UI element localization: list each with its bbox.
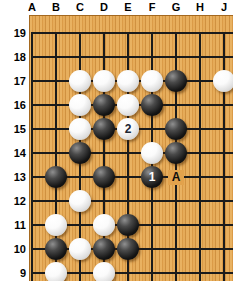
- row-label-13: 13: [0, 170, 26, 184]
- col-label-E: E: [116, 1, 140, 13]
- white-stone-J17: [213, 70, 233, 92]
- black-stone-G14: [165, 142, 187, 164]
- grid-line-row-18: [31, 56, 233, 58]
- black-stone-F13: 1: [141, 166, 163, 188]
- col-label-A: A: [20, 1, 44, 13]
- grid-line-col-A: [31, 32, 33, 281]
- row-label-11: 11: [0, 218, 26, 232]
- go-diagram: A21 ABCDEFGHJ 191817161514131211109: [0, 0, 233, 281]
- white-stone-C17: [69, 70, 91, 92]
- black-stone-C14: [69, 142, 91, 164]
- white-stone-B9: [45, 262, 67, 281]
- black-stone-D10: [93, 238, 115, 260]
- row-label-18: 18: [0, 50, 26, 64]
- white-stone-B11: [45, 214, 67, 236]
- white-stone-C12: [69, 190, 91, 212]
- white-stone-F17: [141, 70, 163, 92]
- grid-line-row-14: [31, 152, 233, 154]
- row-label-16: 16: [0, 98, 26, 112]
- col-label-G: G: [164, 1, 188, 13]
- black-stone-D16: [93, 94, 115, 116]
- white-stone-E17: [117, 70, 139, 92]
- black-stone-B10: [45, 238, 67, 260]
- black-stone-D13: [93, 166, 115, 188]
- row-label-17: 17: [0, 74, 26, 88]
- white-stone-C15: [69, 118, 91, 140]
- black-stone-G15: [165, 118, 187, 140]
- row-label-15: 15: [0, 122, 26, 136]
- white-stone-F14: [141, 142, 163, 164]
- grid-line-row-19: [31, 32, 233, 34]
- white-stone-E15: 2: [117, 118, 139, 140]
- black-stone-F16: [141, 94, 163, 116]
- col-label-H: H: [188, 1, 212, 13]
- black-stone-D15: [93, 118, 115, 140]
- col-label-C: C: [68, 1, 92, 13]
- black-stone-B13: [45, 166, 67, 188]
- white-stone-C16: [69, 94, 91, 116]
- row-label-12: 12: [0, 194, 26, 208]
- black-stone-E11: [117, 214, 139, 236]
- row-label-14: 14: [0, 146, 26, 160]
- grid-line-row-12: [31, 200, 233, 202]
- black-stone-G17: [165, 70, 187, 92]
- row-label-10: 10: [0, 242, 26, 256]
- white-stone-D9: [93, 262, 115, 281]
- col-label-F: F: [140, 1, 164, 13]
- go-board[interactable]: A21: [29, 15, 233, 281]
- col-label-J: J: [212, 1, 233, 13]
- point-annotation-G13: A: [168, 170, 184, 185]
- black-stone-E10: [117, 238, 139, 260]
- col-label-B: B: [44, 1, 68, 13]
- grid-line-col-H: [199, 32, 201, 281]
- white-stone-C10: [69, 238, 91, 260]
- white-stone-D11: [93, 214, 115, 236]
- col-label-D: D: [92, 1, 116, 13]
- white-stone-D17: [93, 70, 115, 92]
- row-label-19: 19: [0, 26, 26, 40]
- white-stone-E16: [117, 94, 139, 116]
- row-label-9: 9: [0, 266, 26, 280]
